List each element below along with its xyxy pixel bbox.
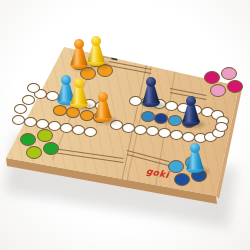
start-cell-top-right: [227, 80, 243, 93]
start-cell-bottom-right: [174, 173, 190, 186]
board-photo: goki: [0, 0, 250, 250]
start-cell-top-right: [210, 84, 226, 97]
stamp-mark: [111, 52, 118, 60]
start-cell-bottom-left: [37, 129, 53, 142]
track-cell: [12, 115, 25, 125]
pawn-head: [91, 36, 101, 46]
track-cell: [84, 127, 97, 137]
track-cell: [215, 122, 228, 132]
track-cell: [24, 117, 37, 127]
pawn-light-blue[interactable]: [186, 143, 204, 173]
start-cell-bottom-left: [20, 133, 36, 146]
pawn-orange[interactable]: [94, 92, 112, 122]
track-cell: [165, 101, 178, 111]
track-cell: [182, 132, 195, 142]
track-cell: [146, 126, 159, 136]
pawn-head: [98, 92, 108, 102]
start-cell-bottom-left: [26, 146, 42, 159]
pawn-body: [143, 85, 159, 103]
pawn-yellow[interactable]: [70, 78, 88, 108]
goki-logo: goki: [145, 166, 170, 180]
blue-home-cell: [154, 113, 168, 124]
track-cell: [60, 123, 73, 133]
track-cell: [122, 123, 135, 133]
pawn-head: [190, 143, 200, 153]
pawn-head: [74, 39, 84, 49]
pawn-head: [74, 78, 84, 88]
pawn-body: [88, 44, 104, 62]
track-cell: [22, 95, 35, 105]
track-cell: [27, 83, 40, 93]
track-cell: [134, 125, 147, 135]
blue-home-cell: [168, 115, 182, 126]
blue-home-cell: [141, 111, 155, 122]
pawn-head: [186, 96, 196, 106]
pawn-body: [187, 151, 203, 169]
pawn-head: [146, 77, 156, 87]
start-cell-bottom-left: [43, 142, 59, 155]
pawn-body: [95, 100, 111, 118]
start-cell-bottom-right: [168, 160, 184, 173]
start-cell-top-right: [204, 71, 220, 84]
start-cell-top-right: [221, 67, 237, 80]
pawn-yellow[interactable]: [87, 36, 105, 66]
orange-home-cell: [80, 110, 94, 121]
track-cell: [72, 125, 85, 135]
pawn-body: [71, 47, 87, 65]
pawn-dark-blue[interactable]: [182, 96, 200, 126]
pawn-body: [71, 86, 87, 104]
track-cell: [14, 104, 27, 114]
track-cell: [158, 128, 171, 138]
pawn-orange[interactable]: [70, 39, 88, 69]
pawn-dark-blue[interactable]: [142, 77, 160, 107]
pawn-body: [183, 104, 199, 122]
track-cell: [129, 96, 142, 106]
track-cell: [170, 130, 183, 140]
track-cell: [36, 119, 49, 129]
